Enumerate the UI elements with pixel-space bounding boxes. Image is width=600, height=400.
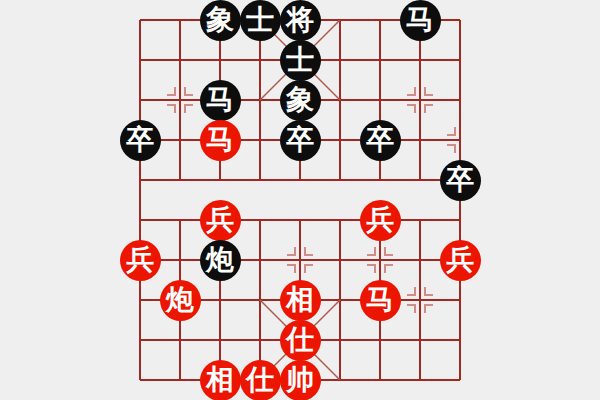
piece-red-horse[interactable]: 马 bbox=[360, 280, 401, 321]
piece-red-advisor[interactable]: 仕 bbox=[280, 320, 321, 361]
piece-black-king[interactable]: 将 bbox=[280, 0, 321, 41]
piece-red-elephant[interactable]: 相 bbox=[200, 360, 241, 400]
piece-red-soldier[interactable]: 兵 bbox=[120, 240, 161, 281]
piece-black-soldier[interactable]: 卒 bbox=[360, 120, 401, 161]
piece-black-soldier[interactable]: 卒 bbox=[440, 160, 481, 201]
piece-red-elephant[interactable]: 相 bbox=[280, 280, 321, 321]
piece-black-cannon[interactable]: 炮 bbox=[200, 240, 241, 281]
piece-black-horse[interactable]: 马 bbox=[200, 80, 241, 121]
piece-red-horse[interactable]: 马 bbox=[200, 120, 241, 161]
piece-black-soldier[interactable]: 卒 bbox=[280, 120, 321, 161]
piece-red-advisor[interactable]: 仕 bbox=[240, 360, 281, 400]
piece-black-elephant[interactable]: 象 bbox=[280, 80, 321, 121]
pieces-layer: 象士将马士马象卒马卒卒卒兵兵兵炮兵炮相马仕相仕帅 bbox=[120, 0, 480, 400]
piece-red-soldier[interactable]: 兵 bbox=[360, 200, 401, 241]
piece-red-king[interactable]: 帅 bbox=[280, 360, 321, 400]
piece-red-soldier[interactable]: 兵 bbox=[200, 200, 241, 241]
piece-black-horse[interactable]: 马 bbox=[400, 0, 441, 41]
piece-red-soldier[interactable]: 兵 bbox=[440, 240, 481, 281]
piece-red-cannon[interactable]: 炮 bbox=[160, 280, 201, 321]
piece-black-advisor[interactable]: 士 bbox=[240, 0, 281, 41]
piece-black-advisor[interactable]: 士 bbox=[280, 40, 321, 81]
piece-black-elephant[interactable]: 象 bbox=[200, 0, 241, 41]
piece-black-soldier[interactable]: 卒 bbox=[120, 120, 161, 161]
app-background: 象士将马士马象卒马卒卒卒兵兵兵炮兵炮相马仕相仕帅 bbox=[0, 0, 600, 400]
